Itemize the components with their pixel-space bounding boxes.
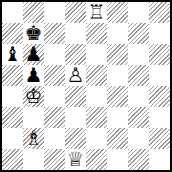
square-b3[interactable] <box>23 107 44 128</box>
square-b5[interactable]: ♟ <box>23 65 44 86</box>
square-f5[interactable] <box>107 65 128 86</box>
square-c4[interactable] <box>44 86 65 107</box>
piece-white-pawn: ♙ <box>65 64 86 86</box>
square-g7[interactable] <box>128 23 149 44</box>
square-b4[interactable]: ♔ <box>23 86 44 107</box>
square-c1[interactable] <box>44 149 65 170</box>
piece-black-pawn: ♟ <box>23 64 44 86</box>
square-d8[interactable] <box>65 2 86 23</box>
square-e6[interactable] <box>86 44 107 65</box>
square-c5[interactable] <box>44 65 65 86</box>
square-d6[interactable] <box>65 44 86 65</box>
square-e3[interactable] <box>86 107 107 128</box>
square-d1[interactable]: ♕ <box>65 149 86 170</box>
piece-black-pawn: ♟ <box>23 43 44 65</box>
square-a1[interactable] <box>2 149 23 170</box>
square-g6[interactable] <box>128 44 149 65</box>
square-g3[interactable] <box>128 107 149 128</box>
square-b7[interactable]: ♚ <box>23 23 44 44</box>
square-a2[interactable] <box>2 128 23 149</box>
square-f8[interactable] <box>107 2 128 23</box>
square-g2[interactable] <box>128 128 149 149</box>
square-d3[interactable] <box>65 107 86 128</box>
square-h7[interactable] <box>149 23 170 44</box>
square-e7[interactable] <box>86 23 107 44</box>
chess-board: ♖♚♝♟♟♙♔♗♕ <box>2 2 170 170</box>
square-f3[interactable] <box>107 107 128 128</box>
piece-white-bishop: ♗ <box>23 127 44 149</box>
piece-white-queen: ♕ <box>65 148 86 170</box>
square-e8[interactable]: ♖ <box>86 2 107 23</box>
square-a6[interactable]: ♝ <box>2 44 23 65</box>
square-a8[interactable] <box>2 2 23 23</box>
square-a4[interactable] <box>2 86 23 107</box>
square-h2[interactable] <box>149 128 170 149</box>
square-e5[interactable] <box>86 65 107 86</box>
piece-white-rook: ♖ <box>86 1 107 23</box>
chess-board-frame: ♖♚♝♟♟♙♔♗♕ <box>0 0 172 172</box>
square-f7[interactable] <box>107 23 128 44</box>
square-d2[interactable] <box>65 128 86 149</box>
square-b6[interactable]: ♟ <box>23 44 44 65</box>
square-c2[interactable] <box>44 128 65 149</box>
square-h8[interactable] <box>149 2 170 23</box>
square-h6[interactable] <box>149 44 170 65</box>
square-h5[interactable] <box>149 65 170 86</box>
square-g1[interactable] <box>128 149 149 170</box>
square-b2[interactable]: ♗ <box>23 128 44 149</box>
square-g8[interactable] <box>128 2 149 23</box>
square-b8[interactable] <box>23 2 44 23</box>
square-a7[interactable] <box>2 23 23 44</box>
square-h1[interactable] <box>149 149 170 170</box>
square-d4[interactable] <box>65 86 86 107</box>
square-d5[interactable]: ♙ <box>65 65 86 86</box>
square-a3[interactable] <box>2 107 23 128</box>
square-c8[interactable] <box>44 2 65 23</box>
square-g5[interactable] <box>128 65 149 86</box>
square-c6[interactable] <box>44 44 65 65</box>
square-b1[interactable] <box>23 149 44 170</box>
square-f6[interactable] <box>107 44 128 65</box>
square-f1[interactable] <box>107 149 128 170</box>
piece-black-bishop: ♝ <box>2 43 23 65</box>
square-f4[interactable] <box>107 86 128 107</box>
square-a5[interactable] <box>2 65 23 86</box>
square-h3[interactable] <box>149 107 170 128</box>
square-e2[interactable] <box>86 128 107 149</box>
square-c3[interactable] <box>44 107 65 128</box>
square-e1[interactable] <box>86 149 107 170</box>
piece-black-king: ♚ <box>23 22 44 44</box>
square-e4[interactable] <box>86 86 107 107</box>
piece-white-king: ♔ <box>23 85 44 107</box>
square-g4[interactable] <box>128 86 149 107</box>
square-f2[interactable] <box>107 128 128 149</box>
square-h4[interactable] <box>149 86 170 107</box>
square-c7[interactable] <box>44 23 65 44</box>
square-d7[interactable] <box>65 23 86 44</box>
